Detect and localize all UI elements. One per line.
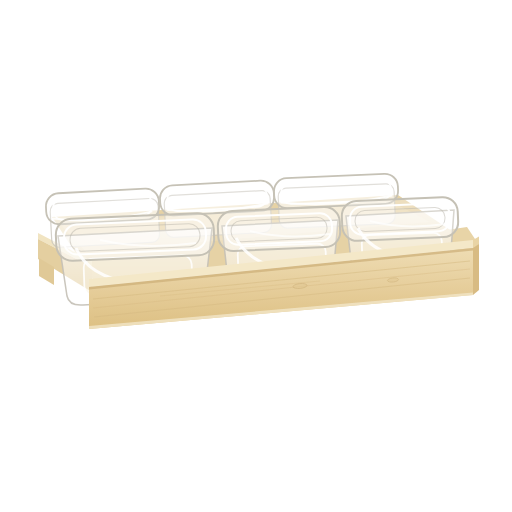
product-photo: Bamboo tray with six square glass bowls [0,0,512,512]
scene-illustration [0,0,512,512]
tray-right-side-face [473,244,479,295]
